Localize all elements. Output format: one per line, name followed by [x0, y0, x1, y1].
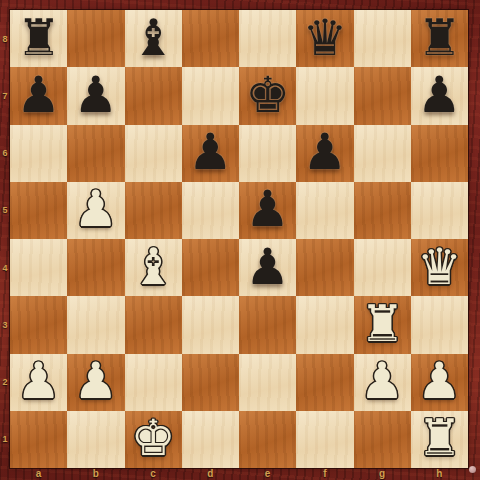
square-e1[interactable] [239, 411, 296, 468]
square-g2[interactable]: ♟ [354, 354, 411, 411]
file-label-b: b [67, 467, 124, 480]
square-f2[interactable] [296, 354, 353, 411]
square-e2[interactable] [239, 354, 296, 411]
square-c2[interactable] [125, 354, 182, 411]
white-pawn[interactable]: ♟ [417, 356, 462, 406]
rank-label-4: 4 [0, 239, 10, 296]
black-pawn[interactable]: ♟ [302, 127, 347, 177]
square-c6[interactable] [125, 125, 182, 182]
square-h7[interactable]: ♟ [411, 67, 468, 124]
square-g5[interactable] [354, 182, 411, 239]
white-rook[interactable]: ♜ [417, 413, 462, 463]
white-rook[interactable]: ♜ [360, 299, 405, 349]
square-f6[interactable]: ♟ [296, 125, 353, 182]
black-king[interactable]: ♚ [245, 70, 290, 120]
black-pawn[interactable]: ♟ [188, 127, 233, 177]
square-h1[interactable]: ♜ [411, 411, 468, 468]
square-e3[interactable] [239, 296, 296, 353]
square-a1[interactable] [10, 411, 67, 468]
square-d2[interactable] [182, 354, 239, 411]
square-f7[interactable] [296, 67, 353, 124]
square-d8[interactable] [182, 10, 239, 67]
board-frame: ♜♝♛♜♟♟♚♟♟♟♟♟♝♟♛♜♟♟♟♟♚♜ 87654321 abcdefgh [0, 0, 480, 480]
square-h5[interactable] [411, 182, 468, 239]
square-h6[interactable] [411, 125, 468, 182]
square-a8[interactable]: ♜ [10, 10, 67, 67]
square-a4[interactable] [10, 239, 67, 296]
square-b5[interactable]: ♟ [67, 182, 124, 239]
square-d3[interactable] [182, 296, 239, 353]
square-a3[interactable] [10, 296, 67, 353]
black-rook[interactable]: ♜ [417, 13, 462, 63]
file-label-f: f [296, 467, 353, 480]
square-g8[interactable] [354, 10, 411, 67]
square-a5[interactable] [10, 182, 67, 239]
white-pawn[interactable]: ♟ [360, 356, 405, 406]
black-pawn[interactable]: ♟ [417, 70, 462, 120]
rank-label-6: 6 [0, 125, 10, 182]
rank-label-5: 5 [0, 182, 10, 239]
square-h2[interactable]: ♟ [411, 354, 468, 411]
square-b4[interactable] [67, 239, 124, 296]
square-f3[interactable] [296, 296, 353, 353]
rank-label-7: 7 [0, 67, 10, 124]
square-c7[interactable] [125, 67, 182, 124]
file-labels: abcdefgh [10, 467, 468, 480]
rank-label-8: 8 [0, 10, 10, 67]
square-d6[interactable]: ♟ [182, 125, 239, 182]
black-rook[interactable]: ♜ [16, 13, 61, 63]
square-d1[interactable] [182, 411, 239, 468]
white-queen[interactable]: ♛ [417, 242, 462, 292]
square-e8[interactable] [239, 10, 296, 67]
black-pawn[interactable]: ♟ [73, 70, 118, 120]
square-g4[interactable] [354, 239, 411, 296]
square-g7[interactable] [354, 67, 411, 124]
square-f1[interactable] [296, 411, 353, 468]
chess-board: ♜♝♛♜♟♟♚♟♟♟♟♟♝♟♛♜♟♟♟♟♚♜ [10, 10, 468, 468]
square-e6[interactable] [239, 125, 296, 182]
rank-labels: 87654321 [0, 10, 10, 468]
square-b1[interactable] [67, 411, 124, 468]
white-pawn[interactable]: ♟ [73, 356, 118, 406]
file-label-h: h [411, 467, 468, 480]
square-c3[interactable] [125, 296, 182, 353]
black-pawn[interactable]: ♟ [245, 184, 290, 234]
square-b3[interactable] [67, 296, 124, 353]
square-b7[interactable]: ♟ [67, 67, 124, 124]
file-label-g: g [354, 467, 411, 480]
black-bishop[interactable]: ♝ [131, 13, 176, 63]
corner-dot [469, 466, 476, 473]
square-b2[interactable]: ♟ [67, 354, 124, 411]
square-b6[interactable] [67, 125, 124, 182]
square-g1[interactable] [354, 411, 411, 468]
square-h8[interactable]: ♜ [411, 10, 468, 67]
square-f8[interactable]: ♛ [296, 10, 353, 67]
rank-label-2: 2 [0, 354, 10, 411]
square-a6[interactable] [10, 125, 67, 182]
square-d5[interactable] [182, 182, 239, 239]
square-c4[interactable]: ♝ [125, 239, 182, 296]
white-bishop[interactable]: ♝ [131, 242, 176, 292]
file-label-d: d [182, 467, 239, 480]
square-c8[interactable]: ♝ [125, 10, 182, 67]
square-e5[interactable]: ♟ [239, 182, 296, 239]
square-d4[interactable] [182, 239, 239, 296]
square-h3[interactable] [411, 296, 468, 353]
white-pawn[interactable]: ♟ [73, 184, 118, 234]
file-label-e: e [239, 467, 296, 480]
white-king[interactable]: ♚ [131, 413, 176, 463]
square-a7[interactable]: ♟ [10, 67, 67, 124]
square-f4[interactable] [296, 239, 353, 296]
square-a2[interactable]: ♟ [10, 354, 67, 411]
square-g3[interactable]: ♜ [354, 296, 411, 353]
square-f5[interactable] [296, 182, 353, 239]
square-g6[interactable] [354, 125, 411, 182]
file-label-c: c [125, 467, 182, 480]
black-pawn[interactable]: ♟ [16, 70, 61, 120]
square-e7[interactable]: ♚ [239, 67, 296, 124]
black-queen[interactable]: ♛ [302, 13, 347, 63]
white-pawn[interactable]: ♟ [16, 356, 61, 406]
square-e4[interactable]: ♟ [239, 239, 296, 296]
black-pawn[interactable]: ♟ [245, 242, 290, 292]
square-h4[interactable]: ♛ [411, 239, 468, 296]
square-b8[interactable] [67, 10, 124, 67]
rank-label-3: 3 [0, 296, 10, 353]
file-label-a: a [10, 467, 67, 480]
square-d7[interactable] [182, 67, 239, 124]
rank-label-1: 1 [0, 411, 10, 468]
square-c5[interactable] [125, 182, 182, 239]
square-c1[interactable]: ♚ [125, 411, 182, 468]
